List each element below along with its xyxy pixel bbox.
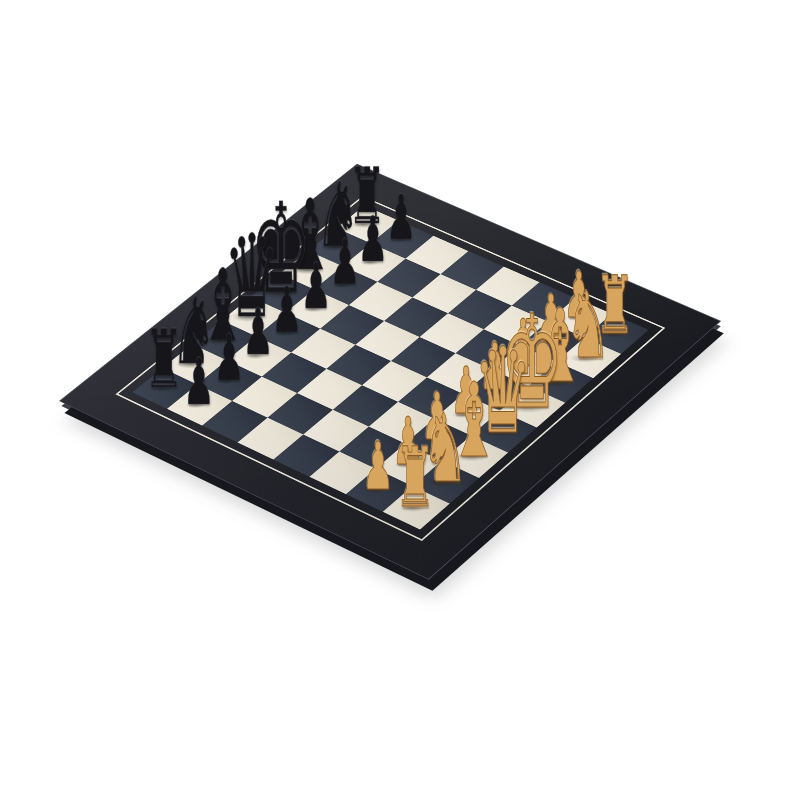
- chess-board: [59, 164, 721, 580]
- chess-set-photo: ♜♞♝♛♚♝♞♜♟♟♟♟♟♟♟♟♟♟♟♟♟♟♟♟♜♞♝♛♚♝♞♜: [0, 0, 800, 800]
